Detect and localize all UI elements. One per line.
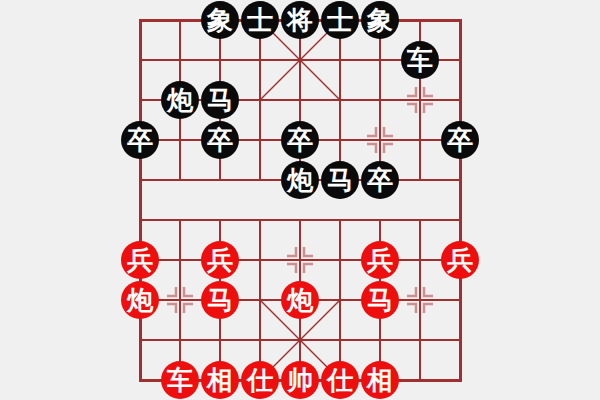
piece-black-cannon[interactable]: 炮 <box>281 161 319 199</box>
piece-red-cannon[interactable]: 炮 <box>281 281 319 319</box>
xiangqi-app-screen: 象士将士象车炮马卒卒卒卒炮马卒兵兵兵兵炮马炮马车相仕帅仕相 <box>0 0 600 400</box>
piece-black-soldier[interactable]: 卒 <box>121 121 159 159</box>
piece-red-cannon[interactable]: 炮 <box>121 281 159 319</box>
xiangqi-board: 象士将士象车炮马卒卒卒卒炮马卒兵兵兵兵炮马炮马车相仕帅仕相 <box>0 0 600 400</box>
piece-black-soldier[interactable]: 卒 <box>281 121 319 159</box>
piece-red-advisor[interactable]: 仕 <box>321 361 359 399</box>
piece-red-soldier[interactable]: 兵 <box>121 241 159 279</box>
piece-black-chariot[interactable]: 车 <box>401 41 439 79</box>
piece-black-elephant[interactable]: 象 <box>201 1 239 39</box>
piece-black-elephant[interactable]: 象 <box>361 1 399 39</box>
pieces-layer: 象士将士象车炮马卒卒卒卒炮马卒兵兵兵兵炮马炮马车相仕帅仕相 <box>0 0 600 400</box>
piece-red-soldier[interactable]: 兵 <box>441 241 479 279</box>
piece-red-general[interactable]: 帅 <box>281 361 319 399</box>
piece-black-soldier[interactable]: 卒 <box>441 121 479 159</box>
piece-black-advisor[interactable]: 士 <box>321 1 359 39</box>
piece-black-soldier[interactable]: 卒 <box>361 161 399 199</box>
piece-black-horse[interactable]: 马 <box>321 161 359 199</box>
piece-red-soldier[interactable]: 兵 <box>201 241 239 279</box>
piece-red-horse[interactable]: 马 <box>361 281 399 319</box>
piece-black-horse[interactable]: 马 <box>201 81 239 119</box>
piece-black-advisor[interactable]: 士 <box>241 1 279 39</box>
piece-red-chariot[interactable]: 车 <box>161 361 199 399</box>
piece-red-elephant[interactable]: 相 <box>201 361 239 399</box>
piece-red-soldier[interactable]: 兵 <box>361 241 399 279</box>
piece-black-cannon[interactable]: 炮 <box>161 81 199 119</box>
piece-black-soldier[interactable]: 卒 <box>201 121 239 159</box>
piece-red-elephant[interactable]: 相 <box>361 361 399 399</box>
piece-red-horse[interactable]: 马 <box>201 281 239 319</box>
piece-red-advisor[interactable]: 仕 <box>241 361 279 399</box>
piece-black-general[interactable]: 将 <box>281 1 319 39</box>
